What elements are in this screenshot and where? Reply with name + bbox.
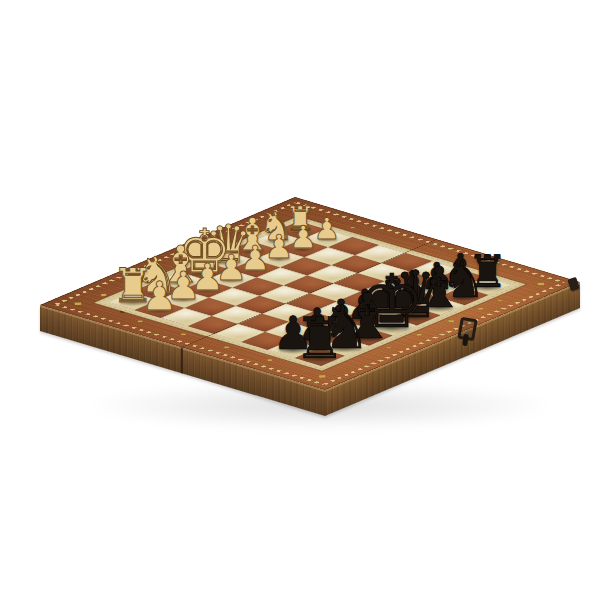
white-pawn-h2: ♟ [142,276,178,316]
chess-box-photo: ◆ ◆ ◆ ◆ ◆ ◆ ◆ ◆ ◆ ◆ ◆ ◆ ◆ ◆ ◆ ◆ ✦ ◆ ◆ ♜♟… [0,0,600,600]
white-pawn-a2: ♟ [313,214,340,244]
pieces-layer: ♜♟♞♟♝♟♛♟♚♟♟♝♜♟♟♞♞♟♟♜♝♟♟♛♟♚♟♝♟♞♟♜ [0,0,600,600]
black-rook-h8: ♜ [294,310,345,367]
